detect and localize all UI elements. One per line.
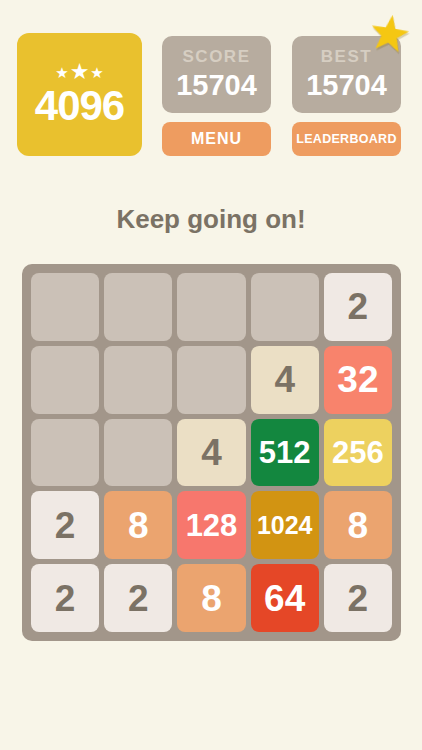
empty-cell xyxy=(31,346,99,414)
milestone-tile: ★ ★ ★ 4096 xyxy=(17,33,142,156)
tile-2: 2 xyxy=(31,564,99,632)
tile-8: 8 xyxy=(324,491,392,559)
best-value: 15704 xyxy=(306,69,387,102)
milestone-value: 4096 xyxy=(35,83,124,129)
tile-4: 4 xyxy=(177,419,245,487)
tile-2: 2 xyxy=(324,564,392,632)
score-column: SCORE 15704 MENU xyxy=(162,36,271,156)
board[interactable]: 243245122562812810248228642 xyxy=(22,264,401,641)
empty-cell xyxy=(104,419,172,487)
tile-2: 2 xyxy=(31,491,99,559)
score-value: 15704 xyxy=(176,69,257,102)
empty-cell xyxy=(31,273,99,341)
tile-32: 32 xyxy=(324,346,392,414)
tile-8: 8 xyxy=(177,564,245,632)
best-column: BEST 15704 LEADERBOARD xyxy=(292,36,401,156)
empty-cell xyxy=(31,419,99,487)
empty-cell xyxy=(177,273,245,341)
best-star-icon xyxy=(365,10,414,59)
tile-1024: 1024 xyxy=(251,491,319,559)
empty-cell xyxy=(104,346,172,414)
menu-button[interactable]: MENU xyxy=(162,122,271,156)
star-icon: ★ xyxy=(90,65,103,80)
tile-256: 256 xyxy=(324,419,392,487)
star-icon: ★ xyxy=(55,65,68,80)
tile-512: 512 xyxy=(251,419,319,487)
score-label: SCORE xyxy=(183,47,251,67)
score-box: SCORE 15704 xyxy=(162,36,271,113)
empty-cell xyxy=(251,273,319,341)
empty-cell xyxy=(177,346,245,414)
tile-64: 64 xyxy=(251,564,319,632)
milestone-stars: ★ ★ ★ xyxy=(55,61,104,83)
tile-8: 8 xyxy=(104,491,172,559)
status-message: Keep going on! xyxy=(0,204,422,235)
tile-2: 2 xyxy=(324,273,392,341)
tile-4: 4 xyxy=(251,346,319,414)
tile-128: 128 xyxy=(177,491,245,559)
star-icon: ★ xyxy=(70,61,90,83)
leaderboard-button[interactable]: LEADERBOARD xyxy=(292,122,401,156)
tile-2: 2 xyxy=(104,564,172,632)
header: ★ ★ ★ 4096 SCORE 15704 MENU BEST 15704 L… xyxy=(0,0,422,156)
empty-cell xyxy=(104,273,172,341)
